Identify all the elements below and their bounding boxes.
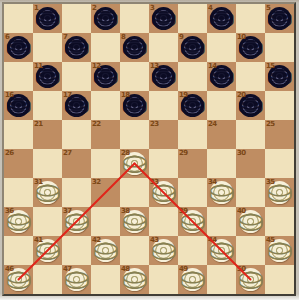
- square-number: 4: [208, 4, 212, 12]
- square-number: 34: [208, 178, 217, 186]
- square-34[interactable]: 34⛀: [207, 178, 236, 207]
- square-42[interactable]: 42⛀: [91, 236, 120, 265]
- square-number: 28: [121, 149, 130, 157]
- light-square: [207, 91, 236, 120]
- square-40[interactable]: 40⛀: [236, 207, 265, 236]
- square-number: 38: [121, 207, 130, 215]
- square-number: 23: [150, 120, 159, 128]
- square-number: 11: [34, 62, 43, 70]
- square-number: 33: [150, 178, 159, 186]
- square-39[interactable]: 39⛀: [178, 207, 207, 236]
- square-30[interactable]: 30: [236, 149, 265, 178]
- square-number: 13: [150, 62, 159, 70]
- light-square: [4, 120, 33, 149]
- black-man-icon: ⛂: [93, 3, 119, 32]
- light-square: [33, 91, 62, 120]
- square-32[interactable]: 32: [91, 178, 120, 207]
- light-square: [207, 265, 236, 294]
- square-number: 37: [63, 207, 72, 215]
- square-3[interactable]: 3⛂: [149, 4, 178, 33]
- square-number: 41: [34, 236, 43, 244]
- black-man-icon: ⛂: [6, 32, 32, 61]
- square-number: 9: [179, 33, 183, 41]
- black-man-icon: ⛂: [35, 3, 61, 32]
- square-13[interactable]: 13⛂: [149, 62, 178, 91]
- square-number: 2: [92, 4, 96, 12]
- square-11[interactable]: 11⛂: [33, 62, 62, 91]
- square-number: 47: [63, 265, 72, 273]
- square-number: 10: [237, 33, 246, 41]
- draughts-board: 1⛂2⛂3⛂4⛂5⛂6⛂7⛂8⛂9⛂10⛂11⛂12⛂13⛂14⛂15⛂16⛂1…: [4, 4, 294, 294]
- square-number: 26: [5, 149, 14, 157]
- square-number: 12: [92, 62, 101, 70]
- square-number: 14: [208, 62, 217, 70]
- board-frame: 1⛂2⛂3⛂4⛂5⛂6⛂7⛂8⛂9⛂10⛂11⛂12⛂13⛂14⛂15⛂16⛂1…: [2, 2, 296, 296]
- light-square: [149, 91, 178, 120]
- square-36[interactable]: 36⛀: [4, 207, 33, 236]
- light-square: [149, 265, 178, 294]
- draughts-app-window: 1⛂2⛂3⛂4⛂5⛂6⛂7⛂8⛂9⛂10⛂11⛂12⛂13⛂14⛂15⛂16⛂1…: [0, 0, 299, 300]
- square-number: 1: [34, 4, 38, 12]
- square-22[interactable]: 22: [91, 120, 120, 149]
- square-9[interactable]: 9⛂: [178, 33, 207, 62]
- light-square: [91, 91, 120, 120]
- square-47[interactable]: 47⛀: [62, 265, 91, 294]
- square-number: 31: [34, 178, 43, 186]
- black-man-icon: ⛂: [180, 32, 206, 61]
- square-12[interactable]: 12⛂: [91, 62, 120, 91]
- light-square: [265, 265, 294, 294]
- square-number: 50: [237, 265, 246, 273]
- square-20[interactable]: 20⛂: [236, 91, 265, 120]
- square-19[interactable]: 19⛂: [178, 91, 207, 120]
- square-number: 48: [121, 265, 130, 273]
- black-man-icon: ⛂: [209, 3, 235, 32]
- square-49[interactable]: 49⛀: [178, 265, 207, 294]
- square-24[interactable]: 24: [207, 120, 236, 149]
- square-number: 19: [179, 91, 188, 99]
- square-38[interactable]: 38⛀: [120, 207, 149, 236]
- square-number: 42: [92, 236, 101, 244]
- square-1[interactable]: 1⛂: [33, 4, 62, 33]
- light-square: [178, 120, 207, 149]
- square-46[interactable]: 46⛀: [4, 265, 33, 294]
- light-square: [91, 265, 120, 294]
- square-8[interactable]: 8⛂: [120, 33, 149, 62]
- square-number: 25: [266, 120, 275, 128]
- square-number: 15: [266, 62, 275, 70]
- square-45[interactable]: 45⛀: [265, 236, 294, 265]
- square-number: 40: [237, 207, 246, 215]
- square-number: 32: [92, 178, 101, 186]
- square-41[interactable]: 41⛀: [33, 236, 62, 265]
- square-7[interactable]: 7⛂: [62, 33, 91, 62]
- square-18[interactable]: 18⛂: [120, 91, 149, 120]
- light-square: [91, 149, 120, 178]
- light-square: [33, 265, 62, 294]
- square-number: 18: [121, 91, 130, 99]
- square-50[interactable]: 50⛀: [236, 265, 265, 294]
- light-square: [265, 91, 294, 120]
- square-number: 44: [208, 236, 217, 244]
- square-27[interactable]: 27: [62, 149, 91, 178]
- square-number: 30: [237, 149, 246, 157]
- square-number: 5: [266, 4, 270, 12]
- square-4[interactable]: 4⛂: [207, 4, 236, 33]
- square-29[interactable]: 29: [178, 149, 207, 178]
- square-23[interactable]: 23: [149, 120, 178, 149]
- square-26[interactable]: 26: [4, 149, 33, 178]
- square-17[interactable]: 17⛂: [62, 91, 91, 120]
- square-number: 49: [179, 265, 188, 273]
- square-number: 24: [208, 120, 217, 128]
- black-man-icon: ⛂: [267, 3, 293, 32]
- square-number: 6: [5, 33, 9, 41]
- square-number: 3: [150, 4, 154, 12]
- square-5[interactable]: 5⛂: [265, 4, 294, 33]
- square-number: 7: [63, 33, 67, 41]
- light-square: [236, 120, 265, 149]
- square-number: 43: [150, 236, 159, 244]
- square-15[interactable]: 15⛂: [265, 62, 294, 91]
- square-number: 20: [237, 91, 246, 99]
- square-2[interactable]: 2⛂: [91, 4, 120, 33]
- square-37[interactable]: 37⛀: [62, 207, 91, 236]
- square-31[interactable]: 31⛀: [33, 178, 62, 207]
- square-33[interactable]: 33⛀: [149, 178, 178, 207]
- square-number: 16: [5, 91, 14, 99]
- square-number: 8: [121, 33, 125, 41]
- light-square: [62, 120, 91, 149]
- square-25[interactable]: 25: [265, 120, 294, 149]
- square-44[interactable]: 44⛀: [207, 236, 236, 265]
- black-man-icon: ⛂: [122, 32, 148, 61]
- square-14[interactable]: 14⛂: [207, 62, 236, 91]
- square-number: 21: [34, 120, 43, 128]
- square-number: 45: [266, 236, 275, 244]
- square-43[interactable]: 43⛀: [149, 236, 178, 265]
- square-35[interactable]: 35⛀: [265, 178, 294, 207]
- square-number: 46: [5, 265, 14, 273]
- square-number: 29: [179, 149, 188, 157]
- square-number: 17: [63, 91, 72, 99]
- square-28[interactable]: 28⛀: [120, 149, 149, 178]
- black-man-icon: ⛂: [64, 32, 90, 61]
- square-10[interactable]: 10⛂: [236, 33, 265, 62]
- square-48[interactable]: 48⛀: [120, 265, 149, 294]
- square-number: 27: [63, 149, 72, 157]
- black-man-icon: ⛂: [151, 3, 177, 32]
- square-21[interactable]: 21: [33, 120, 62, 149]
- square-number: 35: [266, 178, 275, 186]
- square-number: 39: [179, 207, 188, 215]
- square-number: 22: [92, 120, 101, 128]
- square-16[interactable]: 16⛂: [4, 91, 33, 120]
- square-6[interactable]: 6⛂: [4, 33, 33, 62]
- square-number: 36: [5, 207, 14, 215]
